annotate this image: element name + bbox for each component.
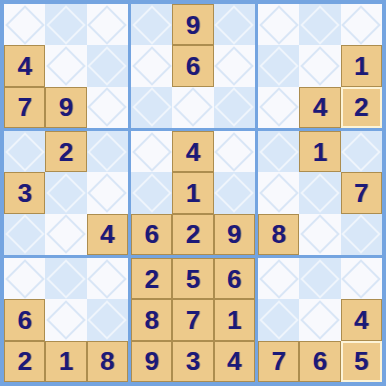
cell-r1c9[interactable] [341, 4, 382, 45]
cell-r9c4[interactable]: 9 [131, 341, 172, 382]
cell-r4c3[interactable] [87, 131, 128, 172]
given-digit: 7 [354, 180, 368, 206]
cell-r9c5[interactable]: 3 [172, 341, 213, 382]
empty-cell-diamond-icon [342, 215, 382, 255]
cell-r9c8[interactable]: 6 [299, 341, 340, 382]
given-digit: 4 [227, 348, 241, 374]
empty-cell-diamond-icon [132, 132, 172, 172]
given-digit: 6 [227, 266, 241, 292]
cell-r3c6[interactable] [214, 87, 255, 128]
given-digit: 8 [271, 221, 285, 247]
cell-r5c2[interactable] [45, 172, 86, 213]
empty-cell-diamond-icon [215, 173, 255, 213]
empty-cell-diamond-icon [46, 173, 86, 213]
empty-cell-diamond-icon [300, 46, 340, 86]
cell-r6c1[interactable] [4, 214, 45, 255]
cell-r5c7[interactable] [258, 172, 299, 213]
sudoku-board: 946179422413174629825668714218934765 [0, 0, 386, 386]
given-digit: 5 [186, 266, 200, 292]
cell-r5c8[interactable] [299, 172, 340, 213]
cell-r8c1[interactable]: 6 [4, 299, 45, 340]
empty-cell-diamond-icon [88, 259, 128, 299]
empty-cell-diamond-icon [300, 215, 340, 255]
cell-r2c6[interactable] [214, 45, 255, 86]
cell-r7c7[interactable] [258, 258, 299, 299]
cell-r1c6[interactable] [214, 4, 255, 45]
cell-r5c6[interactable] [214, 172, 255, 213]
empty-cell-diamond-icon [173, 88, 213, 128]
given-digit: 3 [17, 180, 31, 206]
empty-cell-diamond-icon [259, 300, 299, 340]
cell-r3c8[interactable]: 4 [299, 87, 340, 128]
given-digit: 8 [144, 307, 158, 333]
cell-r8c8[interactable] [299, 299, 340, 340]
empty-cell-diamond-icon [5, 5, 45, 45]
cell-r3c2[interactable]: 9 [45, 87, 86, 128]
given-digit: 6 [144, 221, 158, 247]
empty-cell-diamond-icon [88, 300, 128, 340]
empty-cell-diamond-icon [5, 132, 45, 172]
cell-r8c6[interactable]: 1 [214, 299, 255, 340]
cell-r6c7[interactable]: 8 [258, 214, 299, 255]
cell-r1c5[interactable]: 9 [172, 4, 213, 45]
empty-cell-diamond-icon [300, 173, 340, 213]
given-digit: 2 [186, 221, 200, 247]
cell-r8c3[interactable] [87, 299, 128, 340]
given-digit: 9 [59, 94, 73, 120]
cell-r6c9[interactable] [341, 214, 382, 255]
cell-r4c5[interactable]: 4 [172, 131, 213, 172]
empty-cell-diamond-icon [342, 259, 382, 299]
cell-r2c7[interactable] [258, 45, 299, 86]
empty-cell-diamond-icon [88, 173, 128, 213]
given-digit: 4 [100, 221, 114, 247]
cell-r3c9[interactable]: 2 [341, 87, 382, 128]
cell-r9c7[interactable]: 7 [258, 341, 299, 382]
given-digit: 6 [313, 348, 327, 374]
cell-r6c4[interactable]: 6 [131, 214, 172, 255]
cell-r7c2[interactable] [45, 258, 86, 299]
cell-r2c1[interactable]: 4 [4, 45, 45, 86]
cell-r7c8[interactable] [299, 258, 340, 299]
cell-r3c4[interactable] [131, 87, 172, 128]
empty-cell-diamond-icon [259, 88, 299, 128]
cell-r4c4[interactable] [131, 131, 172, 172]
cell-r7c1[interactable] [4, 258, 45, 299]
cell-r6c8[interactable] [299, 214, 340, 255]
cell-r4c2[interactable]: 2 [45, 131, 86, 172]
given-digit: 2 [59, 139, 73, 165]
given-digit: 9 [186, 12, 200, 38]
cell-r6c6[interactable]: 9 [214, 214, 255, 255]
cell-r1c4[interactable] [131, 4, 172, 45]
cell-r7c3[interactable] [87, 258, 128, 299]
cell-r9c6[interactable]: 4 [214, 341, 255, 382]
cell-r1c1[interactable] [4, 4, 45, 45]
given-digit: 4 [186, 139, 200, 165]
cell-r2c3[interactable] [87, 45, 128, 86]
cell-r3c5[interactable] [172, 87, 213, 128]
given-digit: 4 [17, 53, 31, 79]
cell-r6c2[interactable] [45, 214, 86, 255]
empty-cell-diamond-icon [46, 300, 86, 340]
cell-r5c5[interactable]: 1 [172, 172, 213, 213]
empty-cell-diamond-icon [5, 259, 45, 299]
empty-cell-diamond-icon [300, 259, 340, 299]
given-digit: 1 [227, 307, 241, 333]
cell-r5c3[interactable] [87, 172, 128, 213]
given-digit: 6 [186, 53, 200, 79]
given-digit: 2 [354, 94, 368, 120]
empty-cell-diamond-icon [342, 132, 382, 172]
cell-r6c3[interactable]: 4 [87, 214, 128, 255]
empty-cell-diamond-icon [215, 5, 255, 45]
cell-r2c5[interactable]: 6 [172, 45, 213, 86]
given-digit: 9 [227, 221, 241, 247]
empty-cell-diamond-icon [132, 5, 172, 45]
cell-r4c9[interactable] [341, 131, 382, 172]
cell-r1c7[interactable] [258, 4, 299, 45]
empty-cell-diamond-icon [46, 46, 86, 86]
empty-cell-diamond-icon [46, 215, 86, 255]
empty-cell-diamond-icon [215, 46, 255, 86]
empty-cell-diamond-icon [46, 259, 86, 299]
given-digit: 4 [313, 94, 327, 120]
empty-cell-diamond-icon [300, 300, 340, 340]
empty-cell-diamond-icon [46, 5, 86, 45]
empty-cell-diamond-icon [300, 5, 340, 45]
cell-r2c4[interactable] [131, 45, 172, 86]
given-digit: 7 [271, 348, 285, 374]
cell-r1c3[interactable] [87, 4, 128, 45]
given-digit: 7 [17, 94, 31, 120]
cell-r9c3[interactable]: 8 [87, 341, 128, 382]
empty-cell-diamond-icon [259, 259, 299, 299]
cell-r8c2[interactable] [45, 299, 86, 340]
cell-r3c7[interactable] [258, 87, 299, 128]
cell-r8c4[interactable]: 8 [131, 299, 172, 340]
empty-cell-diamond-icon [342, 5, 382, 45]
cell-r1c2[interactable] [45, 4, 86, 45]
given-digit: 5 [354, 348, 368, 374]
cell-r9c2[interactable]: 1 [45, 341, 86, 382]
cell-r2c2[interactable] [45, 45, 86, 86]
cell-r3c1[interactable]: 7 [4, 87, 45, 128]
empty-cell-diamond-icon [259, 132, 299, 172]
cell-r4c7[interactable] [258, 131, 299, 172]
cell-r4c8[interactable]: 1 [299, 131, 340, 172]
empty-cell-diamond-icon [88, 46, 128, 86]
cell-r7c5[interactable]: 5 [172, 258, 213, 299]
cell-r4c1[interactable] [4, 131, 45, 172]
cell-r2c9[interactable]: 1 [341, 45, 382, 86]
cell-r3c3[interactable] [87, 87, 128, 128]
given-digit: 2 [17, 348, 31, 374]
empty-cell-diamond-icon [132, 88, 172, 128]
empty-cell-diamond-icon [215, 88, 255, 128]
given-digit: 2 [144, 266, 158, 292]
cell-r8c9[interactable]: 4 [341, 299, 382, 340]
cell-r8c5[interactable]: 7 [172, 299, 213, 340]
cell-r9c9[interactable]: 5 [341, 341, 382, 382]
given-digit: 6 [17, 307, 31, 333]
empty-cell-diamond-icon [5, 215, 45, 255]
cell-r6c5[interactable]: 2 [172, 214, 213, 255]
cell-r5c1[interactable]: 3 [4, 172, 45, 213]
cell-r1c8[interactable] [299, 4, 340, 45]
given-digit: 3 [186, 348, 200, 374]
cell-r9c1[interactable]: 2 [4, 341, 45, 382]
given-digit: 1 [313, 139, 327, 165]
cell-r5c4[interactable] [131, 172, 172, 213]
given-digit: 9 [144, 348, 158, 374]
given-digit: 1 [354, 53, 368, 79]
cell-r2c8[interactable] [299, 45, 340, 86]
cell-r4c6[interactable] [214, 131, 255, 172]
empty-cell-diamond-icon [88, 5, 128, 45]
empty-cell-diamond-icon [259, 46, 299, 86]
empty-cell-diamond-icon [88, 88, 128, 128]
given-digit: 7 [186, 307, 200, 333]
given-digit: 4 [354, 307, 368, 333]
cell-r8c7[interactable] [258, 299, 299, 340]
empty-cell-diamond-icon [132, 173, 172, 213]
empty-cell-diamond-icon [132, 46, 172, 86]
cell-r7c6[interactable]: 6 [214, 258, 255, 299]
given-digit: 1 [59, 348, 73, 374]
cell-r7c4[interactable]: 2 [131, 258, 172, 299]
given-digit: 1 [186, 180, 200, 206]
given-digit: 8 [100, 348, 114, 374]
empty-cell-diamond-icon [215, 132, 255, 172]
empty-cell-diamond-icon [88, 132, 128, 172]
empty-cell-diamond-icon [259, 5, 299, 45]
cell-r7c9[interactable] [341, 258, 382, 299]
empty-cell-diamond-icon [259, 173, 299, 213]
cell-r5c9[interactable]: 7 [341, 172, 382, 213]
